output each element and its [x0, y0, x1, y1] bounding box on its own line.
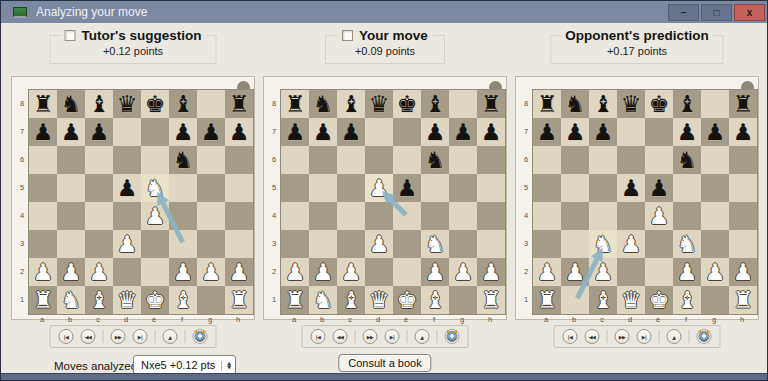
square[interactable]: ♞	[673, 146, 701, 174]
square[interactable]: ♟	[617, 230, 645, 258]
square[interactable]: ♟	[169, 118, 197, 146]
square[interactable]	[729, 230, 757, 258]
alarm-clock-icon	[447, 331, 458, 342]
square[interactable]: ♟	[225, 258, 253, 286]
square[interactable]: ♟	[113, 174, 141, 202]
piece-black-pawn: ♟	[705, 118, 726, 146]
square[interactable]	[365, 202, 393, 230]
square[interactable]: ♜	[281, 90, 309, 118]
piece-black-bishop: ♝	[341, 90, 362, 118]
clock-button[interactable]	[697, 329, 712, 344]
square[interactable]: ♛	[365, 90, 393, 118]
rank-labels: 87654321	[16, 89, 28, 324]
square[interactable]: ♜	[225, 286, 253, 314]
square[interactable]: ♟	[645, 202, 673, 230]
square[interactable]	[281, 202, 309, 230]
square[interactable]	[85, 174, 113, 202]
square[interactable]: ♞	[169, 146, 197, 174]
square[interactable]: ♛	[113, 286, 141, 314]
square[interactable]	[281, 174, 309, 202]
rank-label: 2	[520, 257, 532, 285]
square[interactable]	[589, 146, 617, 174]
square[interactable]	[225, 146, 253, 174]
toolbar-separator	[155, 330, 156, 343]
square[interactable]: ♟	[421, 118, 449, 146]
file-label: b	[308, 315, 336, 324]
piece-black-rook: ♜	[481, 90, 502, 118]
rank-label: 7	[16, 117, 28, 145]
file-labels: abcdefgh	[532, 315, 758, 324]
square[interactable]	[449, 230, 477, 258]
piece-white-pawn: ♟	[453, 258, 474, 286]
square[interactable]	[337, 146, 365, 174]
square[interactable]: ♚	[141, 286, 169, 314]
square[interactable]: ♟	[57, 258, 85, 286]
toolbar-separator	[659, 330, 660, 343]
combo-spinner-icon[interactable]: ▲ ▼	[221, 361, 231, 370]
square[interactable]: ♝	[673, 286, 701, 314]
square[interactable]	[561, 202, 589, 230]
piece-white-pawn: ♟	[369, 230, 390, 258]
piece-black-queen: ♛	[117, 90, 138, 118]
square[interactable]: ♞	[309, 286, 337, 314]
square[interactable]: ♟	[309, 258, 337, 286]
square[interactable]	[477, 174, 505, 202]
skip-to-end-button[interactable]: ▶|	[385, 329, 400, 344]
piece-white-pawn: ♟	[649, 202, 670, 230]
square[interactable]: ♟	[365, 230, 393, 258]
square[interactable]: ♟	[337, 118, 365, 146]
eject-icon: ▴	[169, 334, 172, 340]
square[interactable]	[141, 146, 169, 174]
skip-to-start-button[interactable]: |◀	[59, 329, 74, 344]
square[interactable]: ♚	[645, 286, 673, 314]
square[interactable]: ♟	[29, 118, 57, 146]
square[interactable]: ♚	[141, 90, 169, 118]
piece-black-pawn: ♟	[341, 118, 362, 146]
piece-black-king: ♚	[397, 90, 418, 118]
piece-white-pawn: ♟	[677, 258, 698, 286]
panel-checkbox[interactable]	[65, 30, 76, 41]
square[interactable]: ♟	[477, 118, 505, 146]
square[interactable]	[645, 258, 673, 286]
square[interactable]	[281, 230, 309, 258]
square[interactable]: ♛	[113, 90, 141, 118]
eject-button[interactable]: ▴	[415, 329, 430, 344]
piece-white-queen: ♛	[117, 286, 138, 314]
square[interactable]	[701, 174, 729, 202]
square[interactable]	[365, 258, 393, 286]
square[interactable]	[449, 202, 477, 230]
square[interactable]	[561, 174, 589, 202]
square[interactable]: ♟	[673, 118, 701, 146]
toolbar-separator	[689, 330, 690, 343]
piece-black-pawn: ♟	[117, 174, 138, 202]
square[interactable]	[309, 146, 337, 174]
title-bar: Analyzing your move – □ x	[1, 1, 767, 23]
piece-black-knight: ♞	[425, 146, 446, 174]
toolbar-separator	[185, 330, 186, 343]
rank-label: 5	[16, 173, 28, 201]
square[interactable]: ♜	[533, 90, 561, 118]
square[interactable]	[197, 202, 225, 230]
file-label: g	[448, 315, 476, 324]
piece-white-pawn: ♟	[89, 258, 110, 286]
square[interactable]: ♟	[169, 258, 197, 286]
eject-button[interactable]: ▴	[163, 329, 178, 344]
square[interactable]: ♟	[29, 258, 57, 286]
square[interactable]: ♞	[421, 146, 449, 174]
piece-white-pawn: ♟	[537, 258, 558, 286]
square[interactable]	[309, 202, 337, 230]
square[interactable]	[29, 202, 57, 230]
square[interactable]	[169, 230, 197, 258]
square[interactable]: ♝	[337, 286, 365, 314]
clock-button[interactable]	[193, 329, 208, 344]
square[interactable]: ♟	[197, 118, 225, 146]
square[interactable]	[225, 230, 253, 258]
moves-analyzed-label: Moves analyzed:	[54, 360, 140, 372]
square[interactable]	[421, 174, 449, 202]
file-label: a	[28, 315, 56, 324]
square[interactable]: ♟	[729, 258, 757, 286]
piece-white-pawn: ♟	[565, 258, 586, 286]
square[interactable]: ♟	[141, 202, 169, 230]
piece-black-pawn: ♟	[537, 118, 558, 146]
square[interactable]	[113, 202, 141, 230]
rank-label: 3	[268, 229, 280, 257]
square[interactable]: ♞	[57, 286, 85, 314]
toolbar-separator	[103, 330, 104, 343]
square[interactable]: ♞	[561, 90, 589, 118]
panel-points: +0.17 points	[561, 45, 712, 57]
step-forward-button[interactable]: ▶▶	[111, 329, 126, 344]
square[interactable]: ♚	[393, 286, 421, 314]
piece-white-king: ♚	[145, 286, 166, 314]
square[interactable]: ♞	[57, 90, 85, 118]
piece-black-pawn: ♟	[593, 118, 614, 146]
piece-white-pawn: ♟	[229, 258, 250, 286]
piece-white-knight: ♞	[145, 174, 166, 202]
square[interactable]	[533, 146, 561, 174]
square[interactable]: ♟	[365, 174, 393, 202]
square[interactable]: ♝	[589, 90, 617, 118]
square[interactable]	[113, 118, 141, 146]
square[interactable]: ♟	[449, 258, 477, 286]
piece-black-knight: ♞	[677, 146, 698, 174]
square[interactable]	[449, 90, 477, 118]
square[interactable]: ♜	[477, 90, 505, 118]
square[interactable]: ♟	[645, 174, 673, 202]
piece-white-pawn: ♟	[145, 202, 166, 230]
square[interactable]: ♝	[169, 90, 197, 118]
square[interactable]	[701, 90, 729, 118]
spinner-down-icon: ▼	[227, 365, 231, 370]
piece-black-pawn: ♟	[33, 118, 54, 146]
square[interactable]	[701, 202, 729, 230]
step-forward-button[interactable]: ▶▶	[363, 329, 378, 344]
square[interactable]: ♛	[365, 286, 393, 314]
square[interactable]: ♜	[477, 286, 505, 314]
square[interactable]: ♟	[589, 118, 617, 146]
step-back-button[interactable]: ◀◀	[585, 329, 600, 344]
square[interactable]	[673, 174, 701, 202]
square[interactable]	[617, 258, 645, 286]
eject-icon: ▴	[421, 334, 424, 340]
square[interactable]	[169, 202, 197, 230]
square[interactable]	[393, 230, 421, 258]
square[interactable]	[337, 202, 365, 230]
square[interactable]	[365, 118, 393, 146]
piece-black-pawn: ♟	[565, 118, 586, 146]
piece-black-knight: ♞	[173, 146, 194, 174]
step-back-button[interactable]: ◀◀	[81, 329, 96, 344]
square[interactable]	[29, 174, 57, 202]
square[interactable]	[561, 230, 589, 258]
square[interactable]	[141, 230, 169, 258]
square[interactable]: ♟	[85, 118, 113, 146]
square[interactable]: ♛	[617, 90, 645, 118]
square[interactable]: ♜	[29, 90, 57, 118]
piece-black-knight: ♞	[313, 90, 334, 118]
square[interactable]: ♜	[225, 90, 253, 118]
square[interactable]	[141, 118, 169, 146]
square[interactable]: ♟	[617, 174, 645, 202]
toolbar-separator	[437, 330, 438, 343]
square[interactable]	[561, 146, 589, 174]
square[interactable]: ♟	[533, 118, 561, 146]
square[interactable]: ♟	[281, 258, 309, 286]
square[interactable]: ♟	[281, 118, 309, 146]
square[interactable]	[225, 174, 253, 202]
piece-white-rook: ♜	[33, 286, 54, 314]
square[interactable]	[57, 230, 85, 258]
square[interactable]	[701, 230, 729, 258]
square[interactable]	[617, 146, 645, 174]
piece-white-bishop: ♝	[173, 286, 194, 314]
square[interactable]	[589, 202, 617, 230]
square[interactable]	[113, 258, 141, 286]
square[interactable]	[645, 118, 673, 146]
square[interactable]	[393, 258, 421, 286]
square[interactable]	[589, 174, 617, 202]
piece-black-queen: ♛	[369, 90, 390, 118]
square[interactable]	[393, 146, 421, 174]
toolbar-separator	[407, 330, 408, 343]
rank-label: 4	[268, 201, 280, 229]
square[interactable]	[729, 202, 757, 230]
square[interactable]	[57, 146, 85, 174]
square[interactable]: ♟	[309, 118, 337, 146]
square[interactable]: ♟	[477, 258, 505, 286]
square[interactable]	[85, 202, 113, 230]
piece-white-pawn: ♟	[425, 258, 446, 286]
square[interactable]: ♜	[281, 286, 309, 314]
square[interactable]	[449, 146, 477, 174]
square[interactable]: ♝	[673, 90, 701, 118]
square[interactable]	[421, 202, 449, 230]
moves-analyzed-combobox[interactable]: Nxe5 +0.12 pts ▲ ▼	[133, 355, 236, 375]
panel-header-box: Opponent's prediction +0.17 points	[550, 28, 723, 64]
square[interactable]	[449, 286, 477, 314]
square[interactable]	[701, 286, 729, 314]
square[interactable]: ♟	[113, 230, 141, 258]
square[interactable]: ♞	[309, 90, 337, 118]
square[interactable]: ♝	[421, 90, 449, 118]
square[interactable]: ♟	[421, 258, 449, 286]
skip-to-start-button[interactable]: |◀	[563, 329, 578, 344]
square[interactable]	[701, 146, 729, 174]
piece-black-pawn: ♟	[285, 118, 306, 146]
piece-white-pawn: ♟	[593, 258, 614, 286]
file-label: d	[616, 315, 644, 324]
consult-book-button[interactable]: Consult a book	[338, 354, 431, 372]
square[interactable]	[365, 146, 393, 174]
piece-white-knight: ♞	[425, 230, 446, 258]
square[interactable]: ♝	[169, 286, 197, 314]
square[interactable]	[533, 174, 561, 202]
rank-label: 8	[268, 89, 280, 117]
piece-white-pawn: ♟	[621, 230, 642, 258]
file-label: f	[672, 315, 700, 324]
square[interactable]: ♝	[337, 90, 365, 118]
square[interactable]	[29, 146, 57, 174]
square[interactable]: ♜	[533, 286, 561, 314]
square[interactable]	[533, 230, 561, 258]
square[interactable]: ♟	[57, 118, 85, 146]
square[interactable]	[197, 286, 225, 314]
square[interactable]: ♞	[141, 174, 169, 202]
square[interactable]: ♞	[673, 230, 701, 258]
piece-black-rook: ♜	[537, 90, 558, 118]
square[interactable]: ♝	[421, 286, 449, 314]
square[interactable]: ♞	[589, 230, 617, 258]
square[interactable]: ♟	[729, 118, 757, 146]
square[interactable]	[57, 202, 85, 230]
panel-points: +0.09 points	[336, 45, 434, 57]
panel-checkbox[interactable]	[342, 30, 353, 41]
square[interactable]	[729, 146, 757, 174]
square[interactable]: ♟	[701, 118, 729, 146]
step-back-button[interactable]: ◀◀	[333, 329, 348, 344]
piece-white-rook: ♜	[481, 286, 502, 314]
close-button[interactable]: x	[734, 4, 765, 21]
square[interactable]: ♜	[29, 286, 57, 314]
square[interactable]	[197, 230, 225, 258]
square[interactable]: ♜	[729, 90, 757, 118]
square[interactable]	[85, 146, 113, 174]
square[interactable]: ♟	[85, 258, 113, 286]
square[interactable]: ♟	[393, 174, 421, 202]
file-label: c	[336, 315, 364, 324]
piece-black-king: ♚	[649, 90, 670, 118]
file-label: d	[112, 315, 140, 324]
square[interactable]	[337, 230, 365, 258]
rank-label: 4	[520, 201, 532, 229]
piece-white-rook: ♜	[537, 286, 558, 314]
square[interactable]	[393, 202, 421, 230]
skip-to-end-button[interactable]: ▶|	[133, 329, 148, 344]
square[interactable]: ♜	[729, 286, 757, 314]
square[interactable]	[645, 230, 673, 258]
square[interactable]: ♟	[533, 258, 561, 286]
square[interactable]: ♝	[589, 286, 617, 314]
square[interactable]	[477, 202, 505, 230]
square[interactable]	[85, 230, 113, 258]
file-label: h	[224, 315, 252, 324]
piece-white-knight: ♞	[313, 286, 334, 314]
square[interactable]: ♝	[85, 286, 113, 314]
square[interactable]	[113, 146, 141, 174]
square[interactable]: ♟	[225, 118, 253, 146]
square[interactable]: ♟	[701, 258, 729, 286]
square[interactable]: ♛	[617, 286, 645, 314]
square[interactable]	[449, 174, 477, 202]
square[interactable]: ♟	[561, 118, 589, 146]
rank-label: 8	[16, 89, 28, 117]
square[interactable]	[645, 146, 673, 174]
maximize-button[interactable]: □	[701, 4, 732, 21]
square[interactable]	[29, 230, 57, 258]
skip-to-start-button[interactable]: |◀	[311, 329, 326, 344]
square[interactable]: ♟	[449, 118, 477, 146]
square[interactable]	[617, 202, 645, 230]
square[interactable]	[533, 202, 561, 230]
square[interactable]: ♚	[645, 90, 673, 118]
square[interactable]	[673, 202, 701, 230]
square[interactable]	[169, 174, 197, 202]
eject-button[interactable]: ▴	[667, 329, 682, 344]
square[interactable]	[337, 174, 365, 202]
square[interactable]	[57, 174, 85, 202]
rank-label: 7	[268, 117, 280, 145]
board-panel: 87654321 ♜♞♝♛♚♝♜♟♟♟♟♟♟♞♟♟♟♞♟♟♟♟♟♟♜♞♝♛♚♝♜…	[263, 76, 507, 320]
piece-white-bishop: ♝	[425, 286, 446, 314]
rank-label: 8	[520, 89, 532, 117]
square[interactable]	[729, 174, 757, 202]
square[interactable]: ♟	[673, 258, 701, 286]
minimize-button[interactable]: –	[668, 4, 699, 21]
square[interactable]	[225, 202, 253, 230]
square[interactable]	[197, 174, 225, 202]
square[interactable]	[309, 174, 337, 202]
square[interactable]	[477, 230, 505, 258]
square[interactable]	[617, 118, 645, 146]
clock-button[interactable]	[445, 329, 460, 344]
square[interactable]	[197, 90, 225, 118]
square[interactable]: ♟	[589, 258, 617, 286]
piece-white-queen: ♛	[621, 286, 642, 314]
square[interactable]	[281, 146, 309, 174]
piece-black-pawn: ♟	[201, 118, 222, 146]
step-forward-button[interactable]: ▶▶	[615, 329, 630, 344]
square[interactable]	[561, 286, 589, 314]
square[interactable]	[477, 146, 505, 174]
skip-to-end-button[interactable]: ▶|	[637, 329, 652, 344]
square[interactable]	[197, 146, 225, 174]
square[interactable]	[141, 258, 169, 286]
square[interactable]: ♝	[85, 90, 113, 118]
square[interactable]	[393, 118, 421, 146]
square[interactable]: ♞	[421, 230, 449, 258]
square[interactable]: ♟	[337, 258, 365, 286]
square[interactable]: ♚	[393, 90, 421, 118]
piece-white-pawn: ♟	[201, 258, 222, 286]
square[interactable]: ♟	[561, 258, 589, 286]
square[interactable]	[309, 230, 337, 258]
square[interactable]: ♟	[197, 258, 225, 286]
rank-label: 6	[520, 145, 532, 173]
